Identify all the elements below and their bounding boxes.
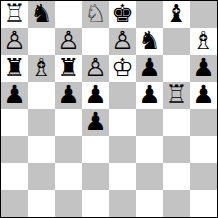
square-c5[interactable]: ♟ xyxy=(55,82,82,109)
square-g7[interactable] xyxy=(163,28,190,55)
black-rook: ♜ xyxy=(3,55,25,81)
square-a8[interactable]: ♖ xyxy=(1,1,28,28)
square-f2[interactable] xyxy=(136,163,163,190)
white-king: ♔ xyxy=(111,55,133,81)
square-c4[interactable] xyxy=(55,109,82,136)
white-knight: ♘ xyxy=(84,1,106,27)
square-c3[interactable] xyxy=(55,136,82,163)
square-g2[interactable] xyxy=(163,163,190,190)
square-h7[interactable]: ♗ xyxy=(190,28,217,55)
chess-board: ♖♞♘♚♝♙♙♙♞♗♜♗♜♙♔♟♟♟♟♟♟♖♟♟ xyxy=(1,1,217,217)
square-e7[interactable]: ♙ xyxy=(109,28,136,55)
square-c6[interactable]: ♜ xyxy=(55,55,82,82)
square-f6[interactable]: ♟ xyxy=(136,55,163,82)
square-c7[interactable]: ♙ xyxy=(55,28,82,55)
white-rook: ♖ xyxy=(3,1,25,27)
square-a3[interactable] xyxy=(1,136,28,163)
square-g8[interactable]: ♝ xyxy=(163,1,190,28)
black-bishop: ♝ xyxy=(165,1,187,27)
white-pawn: ♙ xyxy=(57,28,79,54)
square-g4[interactable] xyxy=(163,109,190,136)
square-f3[interactable] xyxy=(136,136,163,163)
square-a5[interactable]: ♟ xyxy=(1,82,28,109)
square-a6[interactable]: ♜ xyxy=(1,55,28,82)
white-bishop: ♗ xyxy=(192,28,214,54)
square-d4[interactable]: ♟ xyxy=(82,109,109,136)
square-c8[interactable] xyxy=(55,1,82,28)
black-pawn: ♟ xyxy=(138,82,160,108)
square-d6[interactable]: ♙ xyxy=(82,55,109,82)
white-rook: ♖ xyxy=(165,82,187,108)
square-e4[interactable] xyxy=(109,109,136,136)
square-f8[interactable] xyxy=(136,1,163,28)
black-pawn: ♟ xyxy=(138,55,160,81)
white-pawn: ♙ xyxy=(111,28,133,54)
square-g3[interactable] xyxy=(163,136,190,163)
square-b7[interactable] xyxy=(28,28,55,55)
black-pawn: ♟ xyxy=(84,82,106,108)
black-pawn: ♟ xyxy=(192,82,214,108)
black-rook: ♜ xyxy=(57,55,79,81)
square-e8[interactable]: ♚ xyxy=(109,1,136,28)
square-d7[interactable] xyxy=(82,28,109,55)
square-h1[interactable] xyxy=(190,190,217,217)
square-d1[interactable] xyxy=(82,190,109,217)
white-pawn: ♙ xyxy=(3,28,25,54)
black-knight: ♞ xyxy=(138,28,160,54)
black-knight: ♞ xyxy=(30,1,52,27)
square-d2[interactable] xyxy=(82,163,109,190)
square-d3[interactable] xyxy=(82,136,109,163)
square-f5[interactable]: ♟ xyxy=(136,82,163,109)
square-h2[interactable] xyxy=(190,163,217,190)
white-pawn: ♙ xyxy=(84,55,106,81)
square-h5[interactable]: ♟ xyxy=(190,82,217,109)
square-b4[interactable] xyxy=(28,109,55,136)
square-a1[interactable] xyxy=(1,190,28,217)
square-h6[interactable]: ♟ xyxy=(190,55,217,82)
square-h4[interactable] xyxy=(190,109,217,136)
square-b3[interactable] xyxy=(28,136,55,163)
square-b6[interactable]: ♗ xyxy=(28,55,55,82)
square-h3[interactable] xyxy=(190,136,217,163)
square-e2[interactable] xyxy=(109,163,136,190)
square-f7[interactable]: ♞ xyxy=(136,28,163,55)
black-king: ♚ xyxy=(111,1,133,27)
square-e6[interactable]: ♔ xyxy=(109,55,136,82)
black-pawn: ♟ xyxy=(57,82,79,108)
square-a2[interactable] xyxy=(1,163,28,190)
square-f4[interactable] xyxy=(136,109,163,136)
square-c1[interactable] xyxy=(55,190,82,217)
black-pawn: ♟ xyxy=(3,82,25,108)
square-f1[interactable] xyxy=(136,190,163,217)
square-g6[interactable] xyxy=(163,55,190,82)
white-bishop: ♗ xyxy=(30,55,52,81)
square-e5[interactable] xyxy=(109,82,136,109)
square-a4[interactable] xyxy=(1,109,28,136)
chess-board-frame: ♖♞♘♚♝♙♙♙♞♗♜♗♜♙♔♟♟♟♟♟♟♖♟♟ xyxy=(0,0,218,218)
square-g5[interactable]: ♖ xyxy=(163,82,190,109)
square-e3[interactable] xyxy=(109,136,136,163)
square-d5[interactable]: ♟ xyxy=(82,82,109,109)
square-a7[interactable]: ♙ xyxy=(1,28,28,55)
square-g1[interactable] xyxy=(163,190,190,217)
black-pawn: ♟ xyxy=(84,109,106,135)
square-d8[interactable]: ♘ xyxy=(82,1,109,28)
square-b1[interactable] xyxy=(28,190,55,217)
square-b8[interactable]: ♞ xyxy=(28,1,55,28)
square-e1[interactable] xyxy=(109,190,136,217)
square-c2[interactable] xyxy=(55,163,82,190)
square-b2[interactable] xyxy=(28,163,55,190)
black-pawn: ♟ xyxy=(192,55,214,81)
square-b5[interactable] xyxy=(28,82,55,109)
square-h8[interactable] xyxy=(190,1,217,28)
